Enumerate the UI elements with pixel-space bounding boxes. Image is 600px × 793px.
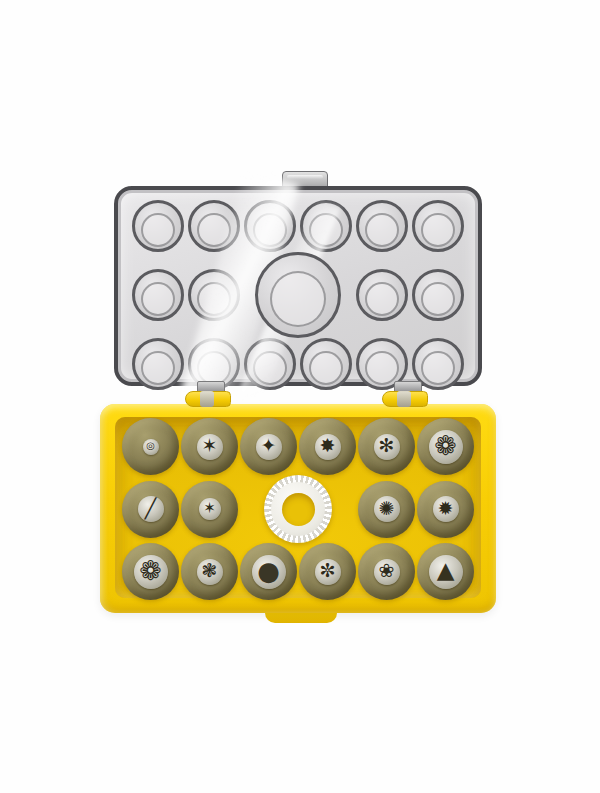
lid-center-recess — [255, 252, 341, 338]
nozzle-grid: ◎ ✶ ✦ ✸ ✻ ❁ ╱ ✶ ✺ ✹ ❁ ❃ ● ✼ ❀ ▲ — [121, 418, 475, 593]
nozzle-leaf-tip: ✦ — [240, 418, 297, 475]
coupler-hole — [282, 493, 315, 526]
nozzle-ruffle-star-tip: ✺ — [358, 481, 415, 538]
lid-recess — [244, 338, 296, 390]
nozzle-drop-flower-6petal-tip: ❀ — [358, 543, 415, 600]
nozzle-small-open-star-tip: ✶ — [181, 481, 238, 538]
lid-recess — [132, 269, 184, 321]
metal-tip: ✶ — [197, 434, 223, 460]
metal-tip: ● — [252, 555, 286, 589]
hinge-pin-icon — [185, 391, 231, 407]
yellow-case-base: ◎ ✶ ✦ ✸ ✻ ❁ ╱ ✶ ✺ ✹ ❁ ❃ ● ✼ ❀ ▲ — [100, 404, 496, 613]
metal-tip: ▲ — [429, 555, 463, 589]
lid-recess — [356, 269, 408, 321]
nozzle-large-french-tip: ❁ — [122, 543, 179, 600]
nozzle-serrated-leaf-tip: ▲ — [417, 543, 474, 600]
lid-recess — [300, 200, 352, 252]
nozzle-closed-star-scalloped-tip: ❃ — [181, 543, 238, 600]
nozzle-round-tube-tip: ● — [240, 543, 297, 600]
lid-recess — [356, 200, 408, 252]
hinge-right — [382, 381, 428, 407]
nozzle-petal-rose-tip: ╱ — [122, 481, 179, 538]
lid-recess — [188, 200, 240, 252]
lid-recess — [244, 200, 296, 252]
metal-tip: ✺ — [374, 496, 400, 522]
hinge-pin-icon — [382, 391, 428, 407]
metal-tip: ✹ — [433, 496, 459, 522]
lid-recess-grid — [130, 200, 466, 372]
lid-recess — [188, 269, 240, 321]
lid-recess — [132, 200, 184, 252]
nozzle-drop-flower-tip: ✻ — [358, 418, 415, 475]
nozzle-open-star-tip: ✶ — [181, 418, 238, 475]
metal-tip: ✼ — [315, 559, 341, 585]
clear-lid — [114, 186, 482, 386]
lid-recess — [132, 338, 184, 390]
nozzle-round-writing-tip: ◎ — [122, 418, 179, 475]
coupler-ring — [264, 475, 332, 543]
metal-tip: ❃ — [197, 559, 223, 585]
coupler-body — [271, 482, 325, 536]
metal-tip: ❀ — [374, 559, 400, 585]
hinge-band-icon — [200, 391, 214, 407]
case-floor: ◎ ✶ ✦ ✸ ✻ ❁ ╱ ✶ ✺ ✹ ❁ ❃ ● ✼ ❀ ▲ — [115, 417, 481, 598]
lid-recess — [412, 269, 464, 321]
metal-tip: ✻ — [374, 434, 400, 460]
hinge-band-icon — [397, 391, 411, 407]
nozzle-closed-star-tip: ✸ — [299, 418, 356, 475]
product-photo: ◎ ✶ ✦ ✸ ✻ ❁ ╱ ✶ ✺ ✹ ❁ ❃ ● ✼ ❀ ▲ — [0, 0, 600, 793]
metal-tip: ✶ — [199, 498, 221, 520]
metal-tip: ╱ — [138, 496, 164, 522]
metal-tip: ✦ — [256, 434, 282, 460]
nozzle-open-star-tip-2: ✹ — [417, 481, 474, 538]
metal-tip: ❁ — [134, 555, 168, 589]
metal-tip: ◎ — [143, 439, 159, 455]
nozzle-french-fine-tooth-tip: ❁ — [417, 418, 474, 475]
lid-recess — [412, 200, 464, 252]
hinge-left — [185, 381, 231, 407]
nozzle-ribbed-star-tip: ✼ — [299, 543, 356, 600]
lid-recess — [300, 338, 352, 390]
metal-tip: ❁ — [429, 430, 463, 464]
metal-tip: ✸ — [315, 434, 341, 460]
